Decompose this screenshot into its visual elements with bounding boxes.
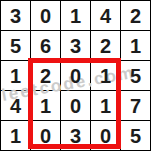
cell-value: 1 <box>100 66 111 86</box>
grid-cell-r1c2: 0 <box>31 1 60 30</box>
grid-cell-r3c1: 1 <box>1 61 30 90</box>
grid-cell-r1c4: 4 <box>91 1 120 30</box>
grid-cell-r4c1: 4 <box>1 91 30 120</box>
grid-cell-r4c5: 7 <box>121 91 150 120</box>
cell-value: 0 <box>100 126 111 146</box>
grid-cell-r1c3: 1 <box>61 1 90 30</box>
grid-cell-r1c1: 3 <box>1 1 30 30</box>
cell-value: 1 <box>10 66 21 86</box>
cell-value: 7 <box>130 96 141 116</box>
cell-value: 1 <box>70 6 81 26</box>
grid-cell-r5c4: 0 <box>91 121 120 150</box>
grid-cell-r5c1: 1 <box>1 121 30 150</box>
grid-cell-r3c3: 0 <box>61 61 90 90</box>
grid-cell-r5c2: 0 <box>31 121 60 150</box>
grid-cell-r4c3: 0 <box>61 91 90 120</box>
cell-value: 6 <box>40 36 51 56</box>
cell-value: 3 <box>70 36 81 56</box>
cell-value: 1 <box>40 96 51 116</box>
cell-value: 4 <box>10 96 21 116</box>
grid-cell-r3c2: 2 <box>31 61 60 90</box>
cell-value: 3 <box>70 126 81 146</box>
cell-value: 0 <box>40 126 51 146</box>
board-grid: 3014256321120154101710305 <box>0 0 151 151</box>
grid-cell-r5c3: 3 <box>61 121 90 150</box>
grid-cell-r5c5: 5 <box>121 121 150 150</box>
cell-value: 2 <box>130 6 141 26</box>
cell-value: 4 <box>100 6 111 26</box>
cell-value: 5 <box>130 126 141 146</box>
cell-value: 0 <box>40 6 51 26</box>
cell-value: 0 <box>70 96 81 116</box>
grid-cell-r3c4: 1 <box>91 61 120 90</box>
cell-value: 3 <box>10 6 21 26</box>
grid-cell-r4c4: 1 <box>91 91 120 120</box>
cell-value: 2 <box>100 36 111 56</box>
grid-cell-r1c5: 2 <box>121 1 150 30</box>
grid-cell-r2c1: 5 <box>1 31 30 60</box>
cell-value: 1 <box>100 96 111 116</box>
grid-cell-r4c2: 1 <box>31 91 60 120</box>
grid-cell-r3c5: 5 <box>121 61 150 90</box>
grid-cell-r2c4: 2 <box>91 31 120 60</box>
grid-cell-r2c5: 1 <box>121 31 150 60</box>
cell-value: 2 <box>40 66 51 86</box>
cell-value: 5 <box>130 66 141 86</box>
cell-value: 1 <box>10 126 21 146</box>
cell-value: 0 <box>70 66 81 86</box>
cell-value: 1 <box>130 36 141 56</box>
grid-cell-r2c3: 3 <box>61 31 90 60</box>
grid-cell-r2c2: 6 <box>31 31 60 60</box>
cell-value: 5 <box>10 36 21 56</box>
matrix-board: 3014256321120154101710305 leetcode.com <box>0 0 151 151</box>
